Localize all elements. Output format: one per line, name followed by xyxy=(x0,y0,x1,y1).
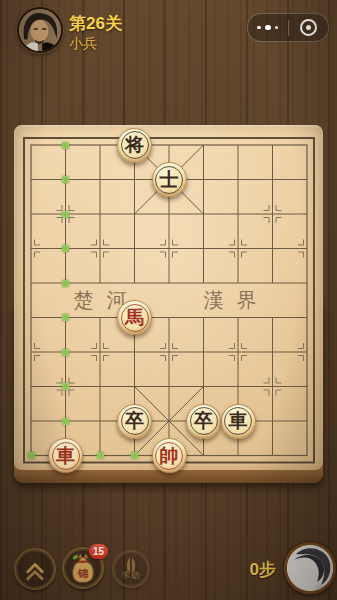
move-hint[interactable] xyxy=(62,245,69,252)
piece-red-general[interactable]: 帥 xyxy=(152,438,187,473)
move-hint[interactable] xyxy=(62,211,69,218)
move-hint[interactable] xyxy=(62,280,69,287)
piece-layer: 将士馬卒卒車車帥 xyxy=(14,128,325,473)
move-hint[interactable] xyxy=(62,142,69,149)
move-hint[interactable] xyxy=(131,452,138,459)
exit-button[interactable] xyxy=(289,14,329,41)
piece-glyph: 帥 xyxy=(160,446,179,465)
piece-glyph: 士 xyxy=(160,170,179,189)
app-screen: 第26关 小兵 楚河 漢界 将士馬卒卒車車帥 锦 15 xyxy=(0,0,337,600)
piece-glyph: 馬 xyxy=(125,308,144,327)
piece-red-chariot[interactable]: 車 xyxy=(48,438,83,473)
wechat-capsule xyxy=(247,13,329,42)
move-hint[interactable] xyxy=(62,349,69,356)
piece-glyph: 将 xyxy=(125,135,144,154)
piece-black-soldier[interactable]: 卒 xyxy=(186,404,221,439)
level-label: 第26关 xyxy=(69,12,122,35)
piece-black-advisor[interactable]: 士 xyxy=(152,162,187,197)
piece-glyph: 車 xyxy=(56,446,75,465)
piece-black-chariot[interactable]: 車 xyxy=(221,404,256,439)
help-button[interactable]: 求助 xyxy=(112,550,150,588)
xiangqi-board[interactable]: 楚河 漢界 将士馬卒卒車車帥 xyxy=(14,125,323,470)
move-hint[interactable] xyxy=(28,452,35,459)
expand-button[interactable] xyxy=(14,548,56,590)
player-avatar[interactable] xyxy=(17,7,63,53)
move-hint[interactable] xyxy=(62,383,69,390)
hint-bag-button[interactable]: 锦 15 xyxy=(62,547,104,589)
exit-icon xyxy=(300,19,317,36)
piece-glyph: 卒 xyxy=(125,411,144,430)
rank-label: 小兵 xyxy=(69,35,97,53)
move-hint[interactable] xyxy=(62,418,69,425)
double-chevron-up-icon xyxy=(18,552,52,586)
more-icon xyxy=(255,25,281,31)
piece-black-general[interactable]: 将 xyxy=(117,128,152,163)
bag-badge: 15 xyxy=(89,544,108,559)
move-hint[interactable] xyxy=(97,452,104,459)
bag-character: 锦 xyxy=(77,568,89,579)
step-counter: 0步 xyxy=(230,558,276,581)
piece-glyph: 車 xyxy=(229,411,248,430)
player-avatar-image xyxy=(19,9,61,51)
more-button[interactable] xyxy=(248,14,288,41)
opponent-avatar-image xyxy=(287,545,333,591)
move-hint[interactable] xyxy=(62,314,69,321)
opponent-avatar[interactable] xyxy=(284,542,336,594)
piece-red-horse[interactable]: 馬 xyxy=(117,300,152,335)
piece-glyph: 卒 xyxy=(194,411,213,430)
help-label: 求助 xyxy=(122,570,141,582)
piece-black-soldier[interactable]: 卒 xyxy=(117,404,152,439)
move-hint[interactable] xyxy=(62,176,69,183)
